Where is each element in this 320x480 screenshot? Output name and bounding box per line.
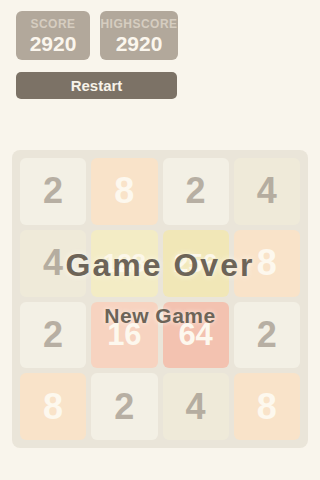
tile-2: 2 — [20, 158, 86, 225]
restart-button[interactable]: Restart — [16, 72, 177, 99]
tile-2: 2 — [91, 373, 157, 440]
tile-8: 8 — [91, 158, 157, 225]
tile-8: 8 — [234, 230, 300, 297]
tile-4: 4 — [163, 373, 229, 440]
highscore-value: 2920 — [116, 33, 163, 54]
new-game-button[interactable]: New Game — [12, 303, 308, 329]
highscore-box: HIGHSCORE 2920 — [100, 11, 178, 60]
tile-4: 4 — [234, 158, 300, 225]
tile-8: 8 — [234, 373, 300, 440]
board: 2824412825682166428248 — [12, 150, 308, 448]
score-label: SCORE — [30, 18, 75, 30]
tile-8: 8 — [20, 373, 86, 440]
tile-256: 256 — [163, 230, 229, 297]
board-grid: 2824412825682166428248 — [20, 158, 300, 440]
tile-128: 128 — [91, 230, 157, 297]
score-box: SCORE 2920 — [16, 11, 90, 60]
tile-4: 4 — [20, 230, 86, 297]
tile-2: 2 — [163, 158, 229, 225]
highscore-label: HIGHSCORE — [100, 18, 177, 30]
score-value: 2920 — [30, 33, 77, 54]
